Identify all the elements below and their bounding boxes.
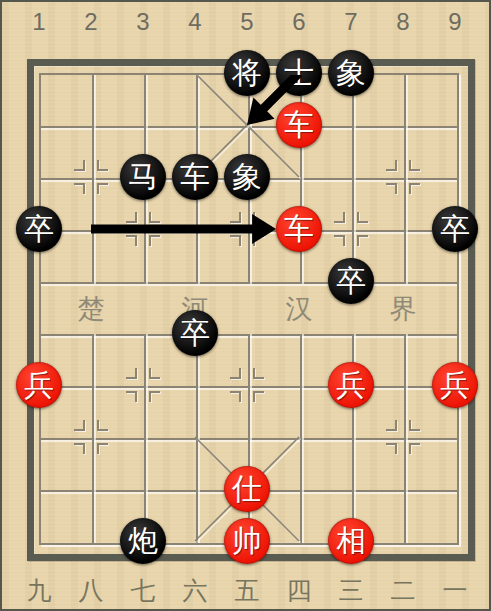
file-label-bottom: 五 <box>221 576 273 604</box>
point-marker <box>409 183 420 194</box>
file-label-top: 6 <box>273 8 325 36</box>
piece-black-advisor[interactable]: 士 <box>276 50 322 96</box>
grid-line <box>144 334 146 543</box>
point-marker <box>126 212 137 223</box>
point-marker <box>97 160 108 171</box>
file-label-bottom: 七 <box>117 576 169 604</box>
file-label-top: 7 <box>325 8 377 36</box>
file-label-bottom: 八 <box>65 576 117 604</box>
point-marker <box>97 183 108 194</box>
piece-red-chariot[interactable]: 车 <box>276 206 322 252</box>
grid-line <box>404 75 406 284</box>
point-marker <box>74 420 85 431</box>
piece-red-pawn[interactable]: 兵 <box>16 362 62 408</box>
point-marker <box>230 212 241 223</box>
point-marker <box>230 235 241 246</box>
point-marker <box>386 183 397 194</box>
file-label-bottom: 二 <box>377 576 429 604</box>
file-label-bottom: 一 <box>429 576 481 604</box>
piece-red-pawn[interactable]: 兵 <box>432 362 478 408</box>
file-label-top: 5 <box>221 8 273 36</box>
point-marker <box>386 420 397 431</box>
piece-black-pawn[interactable]: 卒 <box>328 258 374 304</box>
point-marker <box>409 160 420 171</box>
piece-red-pawn[interactable]: 兵 <box>328 362 374 408</box>
point-marker <box>149 235 160 246</box>
file-label-bottom: 三 <box>325 576 377 604</box>
point-marker <box>74 443 85 454</box>
file-label-top: 2 <box>65 8 117 36</box>
piece-black-cannon[interactable]: 炮 <box>120 518 166 564</box>
file-label-top: 3 <box>117 8 169 36</box>
point-marker <box>334 212 345 223</box>
point-marker <box>230 391 241 402</box>
point-marker <box>97 420 108 431</box>
point-marker <box>386 443 397 454</box>
point-marker <box>149 368 160 379</box>
point-marker <box>126 235 137 246</box>
point-marker <box>409 443 420 454</box>
river-label: 汉 <box>273 292 325 326</box>
point-marker <box>357 212 368 223</box>
piece-black-pawn[interactable]: 卒 <box>16 206 62 252</box>
point-marker <box>74 183 85 194</box>
grid-line <box>352 75 354 284</box>
point-marker <box>357 235 368 246</box>
point-marker <box>126 368 137 379</box>
grid-line <box>196 334 198 543</box>
file-label-bottom: 四 <box>273 576 325 604</box>
file-label-top: 9 <box>429 8 481 36</box>
point-marker <box>386 160 397 171</box>
file-label-bottom: 九 <box>13 576 65 604</box>
point-marker <box>409 420 420 431</box>
point-marker <box>253 212 264 223</box>
piece-red-chariot[interactable]: 车 <box>276 102 322 148</box>
grid-line <box>300 334 302 543</box>
piece-red-advisor[interactable]: 仕 <box>224 466 270 512</box>
point-marker <box>334 235 345 246</box>
file-label-top: 1 <box>13 8 65 36</box>
piece-black-horse[interactable]: 马 <box>120 154 166 200</box>
piece-black-elephant[interactable]: 象 <box>224 154 270 200</box>
point-marker <box>149 212 160 223</box>
grid-line <box>404 334 406 543</box>
piece-black-chariot[interactable]: 车 <box>172 154 218 200</box>
piece-black-pawn[interactable]: 卒 <box>432 206 478 252</box>
point-marker <box>126 391 137 402</box>
point-marker <box>97 443 108 454</box>
piece-red-general[interactable]: 帅 <box>224 518 270 564</box>
xiangqi-app: 123456789 楚河汉界将士象车马车象卒车卒卒卒兵兵兵仕炮帅相 九八七六五四… <box>0 0 491 611</box>
point-marker <box>74 160 85 171</box>
point-marker <box>253 235 264 246</box>
river-label: 界 <box>377 292 429 326</box>
piece-red-elephant[interactable]: 相 <box>328 518 374 564</box>
point-marker <box>253 368 264 379</box>
file-label-bottom: 六 <box>169 576 221 604</box>
board[interactable]: 楚河汉界将士象车马车象卒车卒卒卒兵兵兵仕炮帅相 <box>39 73 459 545</box>
grid-line <box>92 334 94 543</box>
piece-black-elephant[interactable]: 象 <box>328 50 374 96</box>
file-label-top: 8 <box>377 8 429 36</box>
river-label: 楚 <box>65 292 117 326</box>
point-marker <box>230 368 241 379</box>
point-marker <box>253 391 264 402</box>
piece-black-general[interactable]: 将 <box>224 50 270 96</box>
piece-black-pawn[interactable]: 卒 <box>172 310 218 356</box>
point-marker <box>149 391 160 402</box>
grid-line <box>92 75 94 284</box>
file-label-top: 4 <box>169 8 221 36</box>
